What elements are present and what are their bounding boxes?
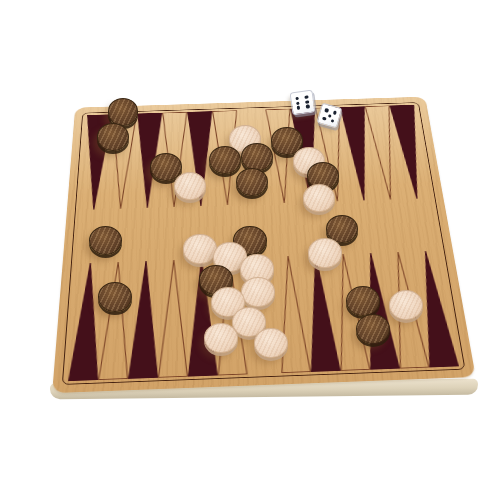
point-triangle — [99, 261, 132, 379]
point-bottom-2-outline — [98, 260, 132, 380]
photo-canvas — [0, 0, 500, 500]
dark-checker — [356, 314, 390, 344]
point-bottom-4-outline — [158, 258, 188, 378]
die-pip — [324, 108, 328, 112]
die-pip — [295, 96, 299, 100]
die-pip — [295, 101, 299, 105]
point-bottom-3-dark — [128, 259, 160, 379]
light-checker — [308, 238, 341, 267]
die-showing-6 — [289, 89, 315, 115]
light-checker — [183, 234, 216, 263]
light-checker — [389, 290, 423, 320]
dark-checker — [346, 286, 380, 316]
dark-checker — [108, 98, 139, 125]
point-triangle — [129, 261, 160, 379]
light-checker — [241, 277, 275, 307]
die-pip — [322, 116, 326, 120]
die-pip — [305, 104, 309, 108]
point-triangle — [159, 260, 188, 378]
dark-checker — [236, 168, 268, 196]
die-pip — [330, 118, 334, 122]
dark-checker — [97, 123, 128, 151]
dark-checker — [98, 282, 132, 312]
die-pip — [296, 105, 300, 109]
die-pip — [304, 95, 308, 99]
light-checker — [174, 172, 206, 200]
light-checker — [303, 184, 335, 212]
die-pip — [305, 99, 309, 103]
die-pip — [327, 113, 331, 117]
dark-checker — [89, 226, 122, 255]
dark-checker — [209, 146, 241, 174]
dark-checker — [241, 143, 273, 171]
die-pip — [332, 110, 336, 114]
